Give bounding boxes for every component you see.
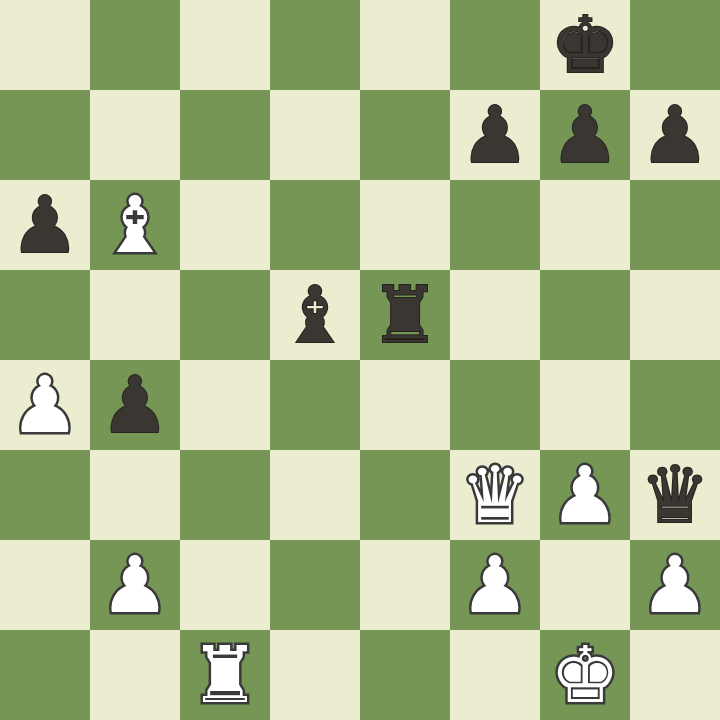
square-a5[interactable] [0, 270, 90, 360]
square-e8[interactable] [360, 0, 450, 90]
black-bishop-d5[interactable]: ♝ [280, 270, 350, 360]
square-b4[interactable]: ♟ [90, 360, 180, 450]
square-c6[interactable] [180, 180, 270, 270]
square-b7[interactable] [90, 90, 180, 180]
square-g8[interactable]: ♚ [540, 0, 630, 90]
square-f7[interactable]: ♟ [450, 90, 540, 180]
square-b1[interactable] [90, 630, 180, 720]
square-f8[interactable] [450, 0, 540, 90]
white-pawn-h2[interactable]: ♟ [640, 540, 710, 630]
square-e6[interactable] [360, 180, 450, 270]
square-g6[interactable] [540, 180, 630, 270]
square-d2[interactable] [270, 540, 360, 630]
square-d1[interactable] [270, 630, 360, 720]
square-g4[interactable] [540, 360, 630, 450]
white-pawn-f2[interactable]: ♟ [460, 540, 530, 630]
square-a4[interactable]: ♟ [0, 360, 90, 450]
square-h7[interactable]: ♟ [630, 90, 720, 180]
square-e3[interactable] [360, 450, 450, 540]
black-pawn-h7[interactable]: ♟ [640, 90, 710, 180]
square-b2[interactable]: ♟ [90, 540, 180, 630]
square-h4[interactable] [630, 360, 720, 450]
square-g3[interactable]: ♟ [540, 450, 630, 540]
square-d5[interactable]: ♝ [270, 270, 360, 360]
square-g5[interactable] [540, 270, 630, 360]
square-f1[interactable] [450, 630, 540, 720]
square-f4[interactable] [450, 360, 540, 450]
square-f5[interactable] [450, 270, 540, 360]
black-pawn-g7[interactable]: ♟ [550, 90, 620, 180]
square-g7[interactable]: ♟ [540, 90, 630, 180]
square-c5[interactable] [180, 270, 270, 360]
square-h6[interactable] [630, 180, 720, 270]
white-pawn-g3[interactable]: ♟ [550, 450, 620, 540]
square-a7[interactable] [0, 90, 90, 180]
black-rook-e5[interactable]: ♜ [370, 270, 440, 360]
white-pawn-a4[interactable]: ♟ [10, 360, 80, 450]
square-c4[interactable] [180, 360, 270, 450]
square-g2[interactable] [540, 540, 630, 630]
square-c3[interactable] [180, 450, 270, 540]
square-a6[interactable]: ♟ [0, 180, 90, 270]
square-d8[interactable] [270, 0, 360, 90]
white-queen-f3[interactable]: ♛ [460, 450, 530, 540]
square-b5[interactable] [90, 270, 180, 360]
square-c1[interactable]: ♜ [180, 630, 270, 720]
square-g1[interactable]: ♚ [540, 630, 630, 720]
square-a8[interactable] [0, 0, 90, 90]
square-f2[interactable]: ♟ [450, 540, 540, 630]
square-a1[interactable] [0, 630, 90, 720]
square-e7[interactable] [360, 90, 450, 180]
square-h5[interactable] [630, 270, 720, 360]
black-pawn-a6[interactable]: ♟ [10, 180, 80, 270]
black-king-g8[interactable]: ♚ [550, 0, 620, 90]
square-a2[interactable] [0, 540, 90, 630]
square-a3[interactable] [0, 450, 90, 540]
square-f6[interactable] [450, 180, 540, 270]
square-c2[interactable] [180, 540, 270, 630]
square-e4[interactable] [360, 360, 450, 450]
square-b6[interactable]: ♝ [90, 180, 180, 270]
square-b3[interactable] [90, 450, 180, 540]
square-e2[interactable] [360, 540, 450, 630]
square-d3[interactable] [270, 450, 360, 540]
black-pawn-b4[interactable]: ♟ [100, 360, 170, 450]
square-d4[interactable] [270, 360, 360, 450]
square-d7[interactable] [270, 90, 360, 180]
square-b8[interactable] [90, 0, 180, 90]
black-queen-h3[interactable]: ♛ [640, 450, 710, 540]
square-c7[interactable] [180, 90, 270, 180]
white-king-g1[interactable]: ♚ [550, 630, 620, 720]
square-h2[interactable]: ♟ [630, 540, 720, 630]
white-bishop-b6[interactable]: ♝ [100, 180, 170, 270]
white-rook-c1[interactable]: ♜ [190, 630, 260, 720]
black-pawn-f7[interactable]: ♟ [460, 90, 530, 180]
square-f3[interactable]: ♛ [450, 450, 540, 540]
square-h1[interactable] [630, 630, 720, 720]
square-h3[interactable]: ♛ [630, 450, 720, 540]
chess-board: ♚♟♟♟♟♝♝♜♟♟♛♟♛♟♟♟♜♚ [0, 0, 720, 720]
square-h8[interactable] [630, 0, 720, 90]
square-c8[interactable] [180, 0, 270, 90]
square-e1[interactable] [360, 630, 450, 720]
square-d6[interactable] [270, 180, 360, 270]
square-e5[interactable]: ♜ [360, 270, 450, 360]
white-pawn-b2[interactable]: ♟ [100, 540, 170, 630]
